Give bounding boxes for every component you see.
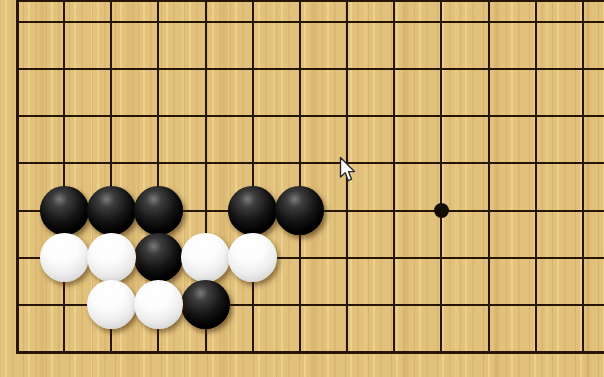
star-point-k4 xyxy=(434,203,449,218)
grid-vline xyxy=(440,0,442,354)
white-stone-b3[interactable] xyxy=(40,233,89,282)
white-stone-c2[interactable] xyxy=(87,280,136,329)
white-stone-d2[interactable] xyxy=(134,280,183,329)
black-stone-e2[interactable] xyxy=(181,280,230,329)
grid-vline xyxy=(252,0,254,354)
board-bottom-edge-line xyxy=(16,351,604,354)
grid-vline xyxy=(582,0,584,354)
black-stone-b4[interactable] xyxy=(40,186,89,235)
grid-hline xyxy=(16,68,604,70)
black-stone-c4[interactable] xyxy=(87,186,136,235)
grid-hline xyxy=(16,162,604,164)
white-stone-e3[interactable] xyxy=(181,233,230,282)
grid-hline-clipped-top xyxy=(16,0,604,2)
board-left-edge-line xyxy=(16,0,19,354)
grid-vline xyxy=(299,0,301,354)
black-stone-d3[interactable] xyxy=(134,233,183,282)
black-stone-g4[interactable] xyxy=(275,186,324,235)
grid-vline xyxy=(535,0,537,354)
grid-vline xyxy=(63,0,65,354)
mouse-cursor-icon xyxy=(338,156,356,184)
grid-vline xyxy=(393,0,395,354)
grid-hline xyxy=(16,21,604,23)
white-stone-f3[interactable] xyxy=(228,233,277,282)
white-stone-c3[interactable] xyxy=(87,233,136,282)
grid-vline xyxy=(488,0,490,354)
grid-hline xyxy=(16,115,604,117)
go-board[interactable] xyxy=(0,0,604,377)
black-stone-d4[interactable] xyxy=(134,186,183,235)
black-stone-f4[interactable] xyxy=(228,186,277,235)
